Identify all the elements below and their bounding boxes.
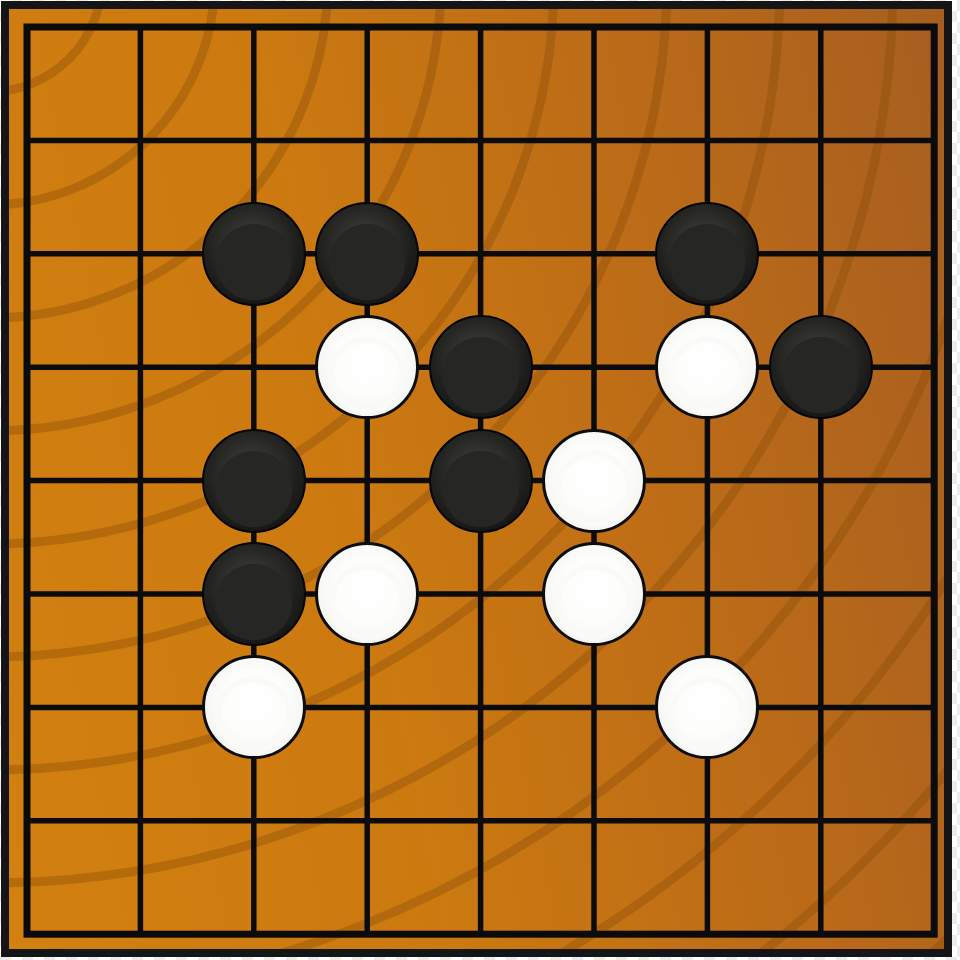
go-board[interactable]: ●●●●●●●●○○○○○○○ xyxy=(1,1,952,957)
black-stone[interactable]: ● xyxy=(202,429,306,533)
black-stone[interactable]: ● xyxy=(769,315,873,419)
black-stone[interactable]: ● xyxy=(429,429,533,533)
white-stone[interactable]: ○ xyxy=(202,655,306,759)
transparency-backdrop: ●●●●●●●●○○○○○○○ xyxy=(0,0,960,960)
black-stone[interactable]: ● xyxy=(202,542,306,646)
white-stone[interactable]: ○ xyxy=(542,429,646,533)
white-stone[interactable]: ○ xyxy=(542,542,646,646)
white-stone[interactable]: ○ xyxy=(655,315,759,419)
white-stone[interactable]: ○ xyxy=(315,542,419,646)
black-stone[interactable]: ● xyxy=(655,202,759,306)
white-stone[interactable]: ○ xyxy=(315,315,419,419)
black-stone[interactable]: ● xyxy=(202,202,306,306)
black-stone[interactable]: ● xyxy=(315,202,419,306)
black-stone[interactable]: ● xyxy=(429,315,533,419)
white-stone[interactable]: ○ xyxy=(655,655,759,759)
